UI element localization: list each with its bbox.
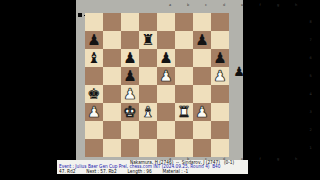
- file-label-g: g: [269, 3, 287, 7]
- square-h6: ♟: [211, 49, 229, 67]
- rank-label-5: 5: [307, 67, 314, 85]
- square-e5: ♟: [157, 67, 175, 85]
- square-h7: [211, 31, 229, 49]
- rank-label-2: 2: [307, 121, 314, 139]
- white-pawn-piece: ♟: [211, 67, 229, 85]
- black-bishop-piece: ♝: [85, 49, 103, 67]
- square-b1: [103, 139, 121, 157]
- square-f4: [175, 85, 193, 103]
- square-h3: [211, 103, 229, 121]
- file-label-c: c: [197, 3, 215, 7]
- square-h2: [211, 121, 229, 139]
- square-e2: [157, 121, 175, 139]
- square-b3: [103, 103, 121, 121]
- black-rook-piece: ♜: [139, 31, 157, 49]
- square-e1: [157, 139, 175, 157]
- square-f5: [175, 67, 193, 85]
- file-label-b: b: [179, 3, 197, 7]
- square-c7: [121, 31, 139, 49]
- square-e3: [157, 103, 175, 121]
- square-d1: [139, 139, 157, 157]
- square-a7: ♟: [85, 31, 103, 49]
- black-to-move-indicator: [78, 13, 82, 17]
- black-pawn-piece: ♟: [85, 31, 103, 49]
- square-c8: [121, 13, 139, 31]
- square-g8: [193, 13, 211, 31]
- square-d5: [139, 67, 157, 85]
- square-f6: [175, 49, 193, 67]
- caption-strip: Nakamura, H (2746) -- Sindarov, J (2747)…: [57, 160, 248, 174]
- rank-label-8: 8: [307, 13, 314, 31]
- black-pawn-piece: ♟: [157, 49, 175, 67]
- file-labels-top: abcdefgh: [161, 3, 305, 7]
- square-a5: [85, 67, 103, 85]
- square-c5: ♟: [121, 67, 139, 85]
- side-pawn-icon: ♟: [232, 64, 246, 80]
- square-g6: [193, 49, 211, 67]
- rank-label-1: 1: [307, 139, 314, 157]
- square-b7: [103, 31, 121, 49]
- square-f8: [175, 13, 193, 31]
- square-g2: [193, 121, 211, 139]
- black-king-piece: ♚: [85, 85, 103, 103]
- square-a6: ♝: [85, 49, 103, 67]
- rank-label-7: 7: [307, 31, 314, 49]
- status-line: 47. Rd2 Next : 57. Rb2 Length : 96 Mater…: [57, 169, 248, 174]
- caption-text: Nakamura, H (2746) -- Sindarov, J (2747)…: [57, 160, 248, 174]
- white-pawn-piece: ♟: [157, 67, 175, 85]
- square-b4: [103, 85, 121, 103]
- file-label-g: g: [269, 157, 287, 161]
- square-c6: ♟: [121, 49, 139, 67]
- square-g3: ♟: [193, 103, 211, 121]
- white-pawn-piece: ♟: [121, 85, 139, 103]
- square-d6: [139, 49, 157, 67]
- square-e6: ♟: [157, 49, 175, 67]
- square-c3: ♚: [121, 103, 139, 121]
- chess-board: ♟♜♟♝♟♟♟♟♟♟♚♟♟♚♝♜♟: [85, 13, 229, 157]
- square-h5: ♟: [211, 67, 229, 85]
- file-label-h: h: [287, 3, 305, 7]
- file-label-d: d: [215, 3, 233, 7]
- square-b2: [103, 121, 121, 139]
- square-a3: ♟: [85, 103, 103, 121]
- black-to-move-indicator-dot: [84, 15, 86, 17]
- square-a8: [85, 13, 103, 31]
- square-a1: [85, 139, 103, 157]
- square-f3: ♜: [175, 103, 193, 121]
- square-h4: [211, 85, 229, 103]
- white-pawn-piece: ♟: [85, 103, 103, 121]
- square-b5: [103, 67, 121, 85]
- rank-label-6: 6: [307, 49, 314, 67]
- file-label-e: e: [233, 3, 251, 7]
- black-pawn-piece: ♟: [193, 31, 211, 49]
- square-c4: ♟: [121, 85, 139, 103]
- rank-label-3: 3: [307, 103, 314, 121]
- white-bishop-piece: ♝: [139, 103, 157, 121]
- square-e7: [157, 31, 175, 49]
- square-f7: [175, 31, 193, 49]
- square-h1: [211, 139, 229, 157]
- white-pawn-piece: ♟: [193, 103, 211, 121]
- black-pawn-piece: ♟: [121, 67, 139, 85]
- square-d7: ♜: [139, 31, 157, 49]
- square-f1: [175, 139, 193, 157]
- black-pawn-piece: ♟: [211, 49, 229, 67]
- square-d2: [139, 121, 157, 139]
- square-e8: [157, 13, 175, 31]
- square-d4: [139, 85, 157, 103]
- file-label-f: f: [251, 3, 269, 7]
- rank-labels-right: 87654321: [307, 13, 314, 157]
- square-b8: [103, 13, 121, 31]
- square-a2: [85, 121, 103, 139]
- square-g4: [193, 85, 211, 103]
- square-d8: [139, 13, 157, 31]
- square-b6: [103, 49, 121, 67]
- square-g1: [193, 139, 211, 157]
- square-h8: [211, 13, 229, 31]
- square-d3: ♝: [139, 103, 157, 121]
- file-label-a: a: [161, 3, 179, 7]
- square-c1: [121, 139, 139, 157]
- file-label-h: h: [287, 157, 305, 161]
- black-pawn-piece: ♟: [121, 49, 139, 67]
- rank-label-4: 4: [307, 85, 314, 103]
- file-label-f: f: [251, 157, 269, 161]
- square-e4: [157, 85, 175, 103]
- white-king-piece: ♚: [121, 103, 139, 121]
- video-frame: { "game": "chess", "position": { "fen": …: [0, 0, 320, 180]
- square-c2: [121, 121, 139, 139]
- square-g7: ♟: [193, 31, 211, 49]
- square-g5: [193, 67, 211, 85]
- square-f2: [175, 121, 193, 139]
- white-rook-piece: ♜: [175, 103, 193, 121]
- square-a4: ♚: [85, 85, 103, 103]
